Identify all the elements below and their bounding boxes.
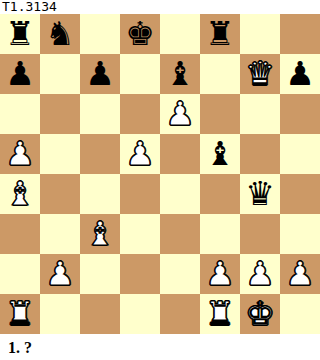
square-g5[interactable] (240, 134, 280, 174)
square-g3[interactable] (240, 214, 280, 254)
square-h6[interactable] (280, 94, 320, 134)
square-c1[interactable] (80, 294, 120, 334)
white-pawn: ♟ (5, 134, 35, 174)
square-c6[interactable] (80, 94, 120, 134)
square-h8[interactable] (280, 14, 320, 54)
black-pawn: ♟ (5, 54, 35, 94)
square-b8[interactable]: ♞ (40, 14, 80, 54)
square-g4[interactable]: ♛ (240, 174, 280, 214)
black-bishop: ♝ (205, 134, 235, 174)
square-e5[interactable] (160, 134, 200, 174)
diagram-title: T1.3134 (0, 0, 320, 14)
square-b6[interactable] (40, 94, 80, 134)
square-c3[interactable]: ♝ (80, 214, 120, 254)
black-bishop: ♝ (165, 54, 195, 94)
square-a7[interactable]: ♟ (0, 54, 40, 94)
square-a1[interactable]: ♜ (0, 294, 40, 334)
square-d3[interactable] (120, 214, 160, 254)
white-pawn: ♟ (125, 134, 155, 174)
square-f8[interactable]: ♜ (200, 14, 240, 54)
white-pawn: ♟ (165, 94, 195, 134)
square-c4[interactable] (80, 174, 120, 214)
white-pawn: ♟ (245, 254, 275, 294)
square-a3[interactable] (0, 214, 40, 254)
black-rook: ♜ (5, 14, 35, 54)
white-rook: ♜ (5, 294, 35, 334)
black-knight: ♞ (45, 14, 75, 54)
square-d6[interactable] (120, 94, 160, 134)
square-c7[interactable]: ♟ (80, 54, 120, 94)
chess-board: ♜♞♚♜♟♟♝♛♟♟♟♟♝♝♛♝♟♟♟♟♜♜♚ (0, 14, 320, 334)
square-d1[interactable] (120, 294, 160, 334)
white-bishop: ♝ (85, 214, 115, 254)
square-e1[interactable] (160, 294, 200, 334)
white-pawn: ♟ (285, 254, 315, 294)
square-h2[interactable]: ♟ (280, 254, 320, 294)
square-a6[interactable] (0, 94, 40, 134)
square-f5[interactable]: ♝ (200, 134, 240, 174)
square-f7[interactable] (200, 54, 240, 94)
square-f2[interactable]: ♟ (200, 254, 240, 294)
black-pawn: ♟ (285, 54, 315, 94)
black-queen: ♛ (245, 174, 275, 214)
square-h1[interactable] (280, 294, 320, 334)
white-pawn: ♟ (45, 254, 75, 294)
square-e7[interactable]: ♝ (160, 54, 200, 94)
square-d7[interactable] (120, 54, 160, 94)
square-e4[interactable] (160, 174, 200, 214)
square-g7[interactable]: ♛ (240, 54, 280, 94)
square-b1[interactable] (40, 294, 80, 334)
move-prompt: 1. ? (0, 339, 320, 357)
square-f4[interactable] (200, 174, 240, 214)
square-d4[interactable] (120, 174, 160, 214)
square-e2[interactable] (160, 254, 200, 294)
square-f1[interactable]: ♜ (200, 294, 240, 334)
square-g2[interactable]: ♟ (240, 254, 280, 294)
square-a8[interactable]: ♜ (0, 14, 40, 54)
square-a5[interactable]: ♟ (0, 134, 40, 174)
square-a2[interactable] (0, 254, 40, 294)
white-pawn: ♟ (205, 254, 235, 294)
black-rook: ♜ (205, 14, 235, 54)
white-queen: ♛ (245, 54, 275, 94)
white-rook: ♜ (205, 294, 235, 334)
square-g1[interactable]: ♚ (240, 294, 280, 334)
square-f3[interactable] (200, 214, 240, 254)
square-d5[interactable]: ♟ (120, 134, 160, 174)
square-g6[interactable] (240, 94, 280, 134)
white-king: ♚ (245, 294, 275, 334)
square-c5[interactable] (80, 134, 120, 174)
square-e8[interactable] (160, 14, 200, 54)
square-b5[interactable] (40, 134, 80, 174)
square-h5[interactable] (280, 134, 320, 174)
square-f6[interactable] (200, 94, 240, 134)
white-bishop: ♝ (5, 174, 35, 214)
square-c8[interactable] (80, 14, 120, 54)
black-king: ♚ (125, 14, 155, 54)
square-b3[interactable] (40, 214, 80, 254)
square-e3[interactable] (160, 214, 200, 254)
square-h4[interactable] (280, 174, 320, 214)
black-pawn: ♟ (85, 54, 115, 94)
square-h7[interactable]: ♟ (280, 54, 320, 94)
square-h3[interactable] (280, 214, 320, 254)
square-d2[interactable] (120, 254, 160, 294)
square-e6[interactable]: ♟ (160, 94, 200, 134)
square-g8[interactable] (240, 14, 280, 54)
square-b4[interactable] (40, 174, 80, 214)
square-b2[interactable]: ♟ (40, 254, 80, 294)
square-b7[interactable] (40, 54, 80, 94)
square-d8[interactable]: ♚ (120, 14, 160, 54)
square-a4[interactable]: ♝ (0, 174, 40, 214)
square-c2[interactable] (80, 254, 120, 294)
